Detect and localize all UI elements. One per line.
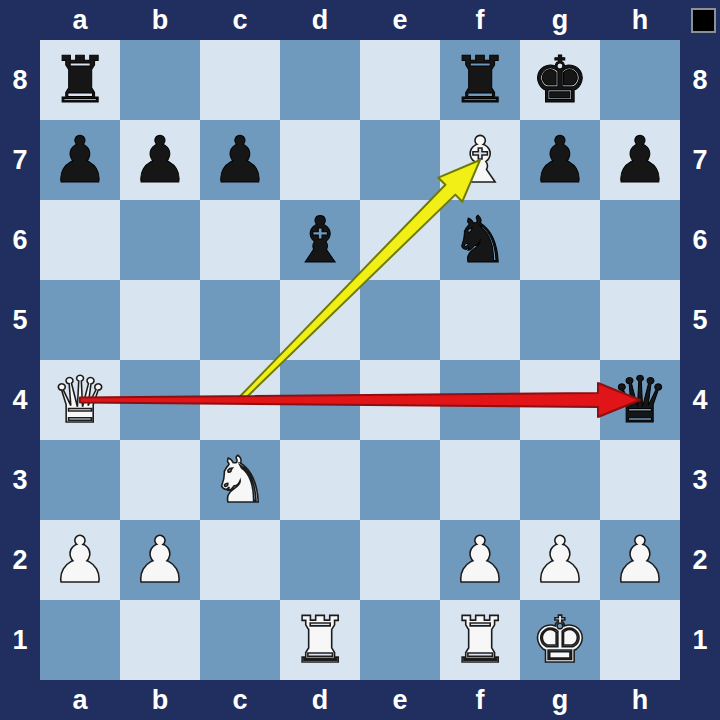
square-b7[interactable]: ♟: [120, 120, 200, 200]
square-c8[interactable]: [200, 40, 280, 120]
piece-black-pawn-c7: ♟: [200, 120, 280, 200]
square-g1[interactable]: ♚: [520, 600, 600, 680]
piece-black-rook-a8: ♜: [40, 40, 120, 120]
square-f4[interactable]: [440, 360, 520, 440]
square-e4[interactable]: [360, 360, 440, 440]
square-g7[interactable]: ♟: [520, 120, 600, 200]
square-g4[interactable]: [520, 360, 600, 440]
square-g3[interactable]: [520, 440, 600, 520]
square-g6[interactable]: [520, 200, 600, 280]
piece-white-pawn-h2: ♟: [600, 520, 680, 600]
square-g5[interactable]: [520, 280, 600, 360]
square-c6[interactable]: [200, 200, 280, 280]
rank-labels-right: 87654321: [680, 40, 720, 680]
square-f2[interactable]: ♟: [440, 520, 520, 600]
square-h2[interactable]: ♟: [600, 520, 680, 600]
chess-diagram: abcdefgh abcdefgh 87654321 87654321 ♜♜♚♟…: [0, 0, 720, 720]
square-e6[interactable]: [360, 200, 440, 280]
coordinate-label-5: 5: [680, 280, 720, 360]
coordinate-label-7: 7: [680, 120, 720, 200]
coordinate-label-2: 2: [0, 520, 40, 600]
piece-black-king-g8: ♚: [520, 40, 600, 120]
square-e1[interactable]: [360, 600, 440, 680]
piece-black-knight-f6: ♞: [440, 200, 520, 280]
square-c1[interactable]: [200, 600, 280, 680]
coordinate-label-1: 1: [0, 600, 40, 680]
coordinate-label-e: e: [360, 0, 440, 40]
piece-white-rook-d1: ♜: [280, 600, 360, 680]
square-f5[interactable]: [440, 280, 520, 360]
square-b4[interactable]: [120, 360, 200, 440]
square-c3[interactable]: ♞: [200, 440, 280, 520]
coordinate-label-2: 2: [680, 520, 720, 600]
piece-black-bishop-d6: ♝: [280, 200, 360, 280]
square-b1[interactable]: [120, 600, 200, 680]
coordinate-label-h: h: [600, 0, 680, 40]
piece-black-pawn-h7: ♟: [600, 120, 680, 200]
square-f3[interactable]: [440, 440, 520, 520]
piece-black-pawn-g7: ♟: [520, 120, 600, 200]
coordinate-label-g: g: [520, 680, 600, 720]
square-a5[interactable]: [40, 280, 120, 360]
square-h6[interactable]: [600, 200, 680, 280]
square-b3[interactable]: [120, 440, 200, 520]
square-a3[interactable]: [40, 440, 120, 520]
square-d7[interactable]: [280, 120, 360, 200]
square-e8[interactable]: [360, 40, 440, 120]
piece-black-queen-h4: ♛: [600, 360, 680, 440]
piece-black-pawn-a7: ♟: [40, 120, 120, 200]
square-e2[interactable]: [360, 520, 440, 600]
square-e5[interactable]: [360, 280, 440, 360]
piece-white-pawn-b2: ♟: [120, 520, 200, 600]
square-c4[interactable]: [200, 360, 280, 440]
coordinate-label-4: 4: [0, 360, 40, 440]
square-d4[interactable]: [280, 360, 360, 440]
square-h7[interactable]: ♟: [600, 120, 680, 200]
square-g8[interactable]: ♚: [520, 40, 600, 120]
coordinate-label-f: f: [440, 680, 520, 720]
square-d2[interactable]: [280, 520, 360, 600]
coordinate-label-c: c: [200, 0, 280, 40]
coordinate-label-d: d: [280, 680, 360, 720]
coordinate-label-a: a: [40, 680, 120, 720]
coordinate-label-4: 4: [680, 360, 720, 440]
square-g2[interactable]: ♟: [520, 520, 600, 600]
coordinate-label-g: g: [520, 0, 600, 40]
square-h4[interactable]: ♛: [600, 360, 680, 440]
chess-board: ♜♜♚♟♟♟♝♟♟♝♞♛♛♞♟♟♟♟♟♜♜♚: [40, 40, 680, 680]
square-d6[interactable]: ♝: [280, 200, 360, 280]
square-a6[interactable]: [40, 200, 120, 280]
square-a4[interactable]: ♛: [40, 360, 120, 440]
square-f6[interactable]: ♞: [440, 200, 520, 280]
coordinate-label-5: 5: [0, 280, 40, 360]
coordinate-label-h: h: [600, 680, 680, 720]
square-b6[interactable]: [120, 200, 200, 280]
square-b5[interactable]: [120, 280, 200, 360]
square-h8[interactable]: [600, 40, 680, 120]
square-a1[interactable]: [40, 600, 120, 680]
square-e7[interactable]: [360, 120, 440, 200]
file-labels-top: abcdefgh: [40, 0, 680, 40]
square-c5[interactable]: [200, 280, 280, 360]
square-d3[interactable]: [280, 440, 360, 520]
square-h3[interactable]: [600, 440, 680, 520]
piece-white-king-g1: ♚: [520, 600, 600, 680]
side-to-move-indicator: [691, 8, 716, 33]
square-d8[interactable]: [280, 40, 360, 120]
square-c2[interactable]: [200, 520, 280, 600]
piece-white-queen-a4: ♛: [40, 360, 120, 440]
coordinate-label-f: f: [440, 0, 520, 40]
coordinate-label-1: 1: [680, 600, 720, 680]
coordinate-label-a: a: [40, 0, 120, 40]
piece-white-pawn-f2: ♟: [440, 520, 520, 600]
square-a2[interactable]: ♟: [40, 520, 120, 600]
coordinate-label-b: b: [120, 680, 200, 720]
square-d1[interactable]: ♜: [280, 600, 360, 680]
coordinate-label-8: 8: [680, 40, 720, 120]
coordinate-label-e: e: [360, 680, 440, 720]
coordinate-label-8: 8: [0, 40, 40, 120]
square-f1[interactable]: ♜: [440, 600, 520, 680]
piece-black-rook-f8: ♜: [440, 40, 520, 120]
square-e3[interactable]: [360, 440, 440, 520]
square-h1[interactable]: [600, 600, 680, 680]
square-b2[interactable]: ♟: [120, 520, 200, 600]
square-f8[interactable]: ♜: [440, 40, 520, 120]
piece-white-pawn-a2: ♟: [40, 520, 120, 600]
piece-white-rook-f1: ♜: [440, 600, 520, 680]
piece-white-pawn-g2: ♟: [520, 520, 600, 600]
square-d5[interactable]: [280, 280, 360, 360]
coordinate-label-3: 3: [0, 440, 40, 520]
coordinate-label-c: c: [200, 680, 280, 720]
coordinate-label-6: 6: [680, 200, 720, 280]
rank-labels-left: 87654321: [0, 40, 40, 680]
coordinate-label-d: d: [280, 0, 360, 40]
coordinate-label-3: 3: [680, 440, 720, 520]
coordinate-label-b: b: [120, 0, 200, 40]
piece-white-bishop-f7: ♝: [440, 120, 520, 200]
coordinate-label-7: 7: [0, 120, 40, 200]
file-labels-bottom: abcdefgh: [40, 680, 680, 720]
coordinate-label-6: 6: [0, 200, 40, 280]
square-c7[interactable]: ♟: [200, 120, 280, 200]
square-b8[interactable]: [120, 40, 200, 120]
square-f7[interactable]: ♝: [440, 120, 520, 200]
square-a7[interactable]: ♟: [40, 120, 120, 200]
square-h5[interactable]: [600, 280, 680, 360]
piece-white-knight-c3: ♞: [200, 440, 280, 520]
square-a8[interactable]: ♜: [40, 40, 120, 120]
piece-black-pawn-b7: ♟: [120, 120, 200, 200]
